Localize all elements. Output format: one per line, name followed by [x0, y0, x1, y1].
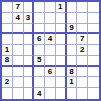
cell-r8c1: 2 — [2, 77, 13, 88]
cell-r7c8[interactable] — [77, 67, 88, 78]
cell-r2c3: 3 — [24, 13, 35, 24]
cell-r9c5[interactable] — [45, 88, 56, 99]
cell-r2c6[interactable] — [56, 13, 67, 24]
cell-r1c7[interactable] — [67, 2, 78, 13]
cell-r3c9[interactable] — [88, 24, 99, 35]
cell-r3c1[interactable] — [2, 24, 13, 35]
cell-r2c7[interactable] — [67, 13, 78, 24]
cell-r7c6[interactable] — [56, 67, 67, 78]
cell-r3c8[interactable] — [77, 24, 88, 35]
cell-r2c1[interactable] — [2, 13, 13, 24]
sudoku-board: 71439647128568214 — [0, 0, 101, 101]
cell-r6c8[interactable] — [77, 56, 88, 67]
cell-r3c4[interactable] — [34, 24, 45, 35]
cell-r1c5[interactable] — [45, 2, 56, 13]
cell-r7c3[interactable] — [24, 67, 35, 78]
cell-r5c1: 1 — [2, 45, 13, 56]
cell-r4c6[interactable] — [56, 34, 67, 45]
cell-r4c9[interactable] — [88, 34, 99, 45]
cell-r9c2[interactable] — [13, 88, 24, 99]
cell-r3c6[interactable] — [56, 24, 67, 35]
cell-r1c4[interactable] — [34, 2, 45, 13]
cell-r7c1[interactable] — [2, 67, 13, 78]
cell-r5c3[interactable] — [24, 45, 35, 56]
cell-r1c3[interactable] — [24, 2, 35, 13]
cell-r9c3[interactable] — [24, 88, 35, 99]
cell-r8c6[interactable] — [56, 77, 67, 88]
cell-r3c2[interactable] — [13, 24, 24, 35]
cell-r9c4: 4 — [34, 88, 45, 99]
cell-r7c5: 6 — [45, 67, 56, 78]
cell-r6c2[interactable] — [13, 56, 24, 67]
cell-r1c1[interactable] — [2, 2, 13, 13]
cell-r3c3[interactable] — [24, 24, 35, 35]
cell-r6c3[interactable] — [24, 56, 35, 67]
cell-r5c8: 2 — [77, 45, 88, 56]
cell-r8c3[interactable] — [24, 77, 35, 88]
cell-r8c4[interactable] — [34, 77, 45, 88]
cell-r2c9[interactable] — [88, 13, 99, 24]
cell-r6c1: 8 — [2, 56, 13, 67]
cell-r7c9[interactable] — [88, 67, 99, 78]
cell-r3c5[interactable] — [45, 24, 56, 35]
cell-r9c9[interactable] — [88, 88, 99, 99]
cell-r4c3[interactable] — [24, 34, 35, 45]
cell-r6c7[interactable] — [67, 56, 78, 67]
cell-r9c1[interactable] — [2, 88, 13, 99]
cell-r9c8[interactable] — [77, 88, 88, 99]
cell-r4c8: 7 — [77, 34, 88, 45]
cell-r5c5[interactable] — [45, 45, 56, 56]
cell-r3c7: 9 — [67, 24, 78, 35]
cell-r4c5: 4 — [45, 34, 56, 45]
cell-r8c7: 1 — [67, 77, 78, 88]
cell-r2c4[interactable] — [34, 13, 45, 24]
cell-r2c2: 4 — [13, 13, 24, 24]
cell-r1c2: 7 — [13, 2, 24, 13]
cell-r4c7[interactable] — [67, 34, 78, 45]
cell-r1c9[interactable] — [88, 2, 99, 13]
cell-r1c8[interactable] — [77, 2, 88, 13]
cell-r6c6[interactable] — [56, 56, 67, 67]
cell-r8c2[interactable] — [13, 77, 24, 88]
cell-r8c8[interactable] — [77, 77, 88, 88]
cell-r4c1[interactable] — [2, 34, 13, 45]
cell-r5c6[interactable] — [56, 45, 67, 56]
cell-r5c7[interactable] — [67, 45, 78, 56]
cell-r4c2[interactable] — [13, 34, 24, 45]
cell-r9c7[interactable] — [67, 88, 78, 99]
cell-r5c4[interactable] — [34, 45, 45, 56]
cell-r2c5[interactable] — [45, 13, 56, 24]
cell-r8c9[interactable] — [88, 77, 99, 88]
cell-r6c5[interactable] — [45, 56, 56, 67]
cell-r2c8[interactable] — [77, 13, 88, 24]
cell-r5c2[interactable] — [13, 45, 24, 56]
cell-r6c9[interactable] — [88, 56, 99, 67]
cell-r6c4: 5 — [34, 56, 45, 67]
cell-r7c2[interactable] — [13, 67, 24, 78]
cell-r1c6: 1 — [56, 2, 67, 13]
cell-r8c5[interactable] — [45, 77, 56, 88]
cell-r7c7: 8 — [67, 67, 78, 78]
cell-r5c9[interactable] — [88, 45, 99, 56]
cell-r7c4[interactable] — [34, 67, 45, 78]
cell-r9c6[interactable] — [56, 88, 67, 99]
cell-r4c4: 6 — [34, 34, 45, 45]
